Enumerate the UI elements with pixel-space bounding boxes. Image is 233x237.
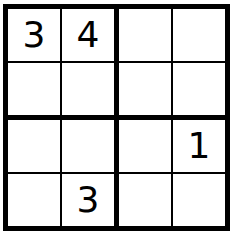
cell-r2c2[interactable] xyxy=(62,63,119,120)
cell-r2c1[interactable] xyxy=(8,63,62,120)
cell-r1c1[interactable]: 3 xyxy=(8,9,62,63)
cell-r3c3[interactable] xyxy=(119,120,173,174)
cell-r4c4[interactable] xyxy=(173,174,225,226)
cell-r3c1[interactable] xyxy=(8,120,62,174)
cell-r4c2[interactable]: 3 xyxy=(62,174,119,226)
cell-r2c3[interactable] xyxy=(119,63,173,120)
cell-r1c2[interactable]: 4 xyxy=(62,9,119,63)
cell-r4c3[interactable] xyxy=(119,174,173,226)
cell-r1c3[interactable] xyxy=(119,9,173,63)
page: 3 4 1 3 xyxy=(0,0,233,237)
cell-r3c4[interactable]: 1 xyxy=(173,120,225,174)
cell-r1c4[interactable] xyxy=(173,9,225,63)
cell-r2c4[interactable] xyxy=(173,63,225,120)
cell-r3c2[interactable] xyxy=(62,120,119,174)
sudoku-board: 3 4 1 3 xyxy=(3,4,230,231)
cell-r4c1[interactable] xyxy=(8,174,62,226)
